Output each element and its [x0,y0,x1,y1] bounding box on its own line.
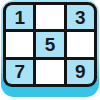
cell-r0c1[interactable] [36,5,63,29]
cell-r1c0[interactable] [6,32,33,56]
cell-r2c2[interactable]: 9 [67,60,94,84]
cell-r0c2[interactable]: 3 [67,5,94,29]
cell-r1c2[interactable] [67,32,94,56]
cell-r0c0[interactable]: 1 [6,5,33,29]
cell-r2c1[interactable] [36,60,63,84]
sudoku-grid: 1 3 5 7 9 [6,5,94,84]
sudoku-icon: 1 3 5 7 9 [0,0,100,100]
cell-r2c0[interactable]: 7 [6,60,33,84]
cell-r1c1[interactable]: 5 [36,32,63,56]
